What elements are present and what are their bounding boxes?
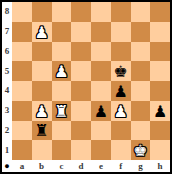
rank-label-7: 7 (2, 22, 12, 42)
square-f5[interactable]: ♚ (111, 61, 131, 81)
black-to-move-indicator: ● (2, 160, 12, 172)
piece-white-king[interactable]: ♚ (133, 143, 147, 159)
square-c5[interactable]: ♟ (52, 61, 72, 81)
file-label-d: d (71, 160, 91, 172)
square-g1[interactable]: ♚ (131, 140, 151, 160)
square-f1[interactable] (111, 140, 131, 160)
file-label-c: c (52, 160, 72, 172)
square-a5[interactable] (12, 61, 32, 81)
square-f2[interactable] (111, 121, 131, 141)
square-c3[interactable]: ♜ (52, 101, 72, 121)
square-c6[interactable] (52, 42, 72, 62)
square-a1[interactable] (12, 140, 32, 160)
square-b5[interactable] (32, 61, 52, 81)
square-e2[interactable] (91, 121, 111, 141)
square-h3[interactable]: ♟ (150, 101, 170, 121)
square-g3[interactable] (131, 101, 151, 121)
square-d4[interactable] (71, 81, 91, 101)
square-c1[interactable] (52, 140, 72, 160)
piece-black-rook[interactable]: ♜ (34, 123, 48, 139)
square-g5[interactable] (131, 61, 151, 81)
rank-label-1: 1 (2, 140, 12, 160)
square-e1[interactable] (91, 140, 111, 160)
piece-black-pawn[interactable]: ♟ (153, 104, 167, 120)
square-h8[interactable] (150, 2, 170, 22)
square-h2[interactable] (150, 121, 170, 141)
square-f6[interactable] (111, 42, 131, 62)
square-e4[interactable] (91, 81, 111, 101)
square-c4[interactable] (52, 81, 72, 101)
rank-label-6: 6 (2, 42, 12, 62)
square-a8[interactable] (12, 2, 32, 22)
square-d7[interactable] (71, 22, 91, 42)
square-b2[interactable]: ♜ (32, 121, 52, 141)
square-h1[interactable] (150, 140, 170, 160)
square-d1[interactable] (71, 140, 91, 160)
rank-label-8: 8 (2, 2, 12, 22)
square-g2[interactable] (131, 121, 151, 141)
square-a3[interactable] (12, 101, 32, 121)
piece-black-king[interactable]: ♚ (113, 64, 127, 80)
piece-white-pawn[interactable]: ♟ (34, 25, 48, 41)
square-f7[interactable] (111, 22, 131, 42)
file-label-a: a (12, 160, 32, 172)
square-c7[interactable] (52, 22, 72, 42)
piece-white-rook[interactable]: ♜ (54, 104, 68, 120)
rank-label-4: 4 (2, 81, 12, 101)
square-a6[interactable] (12, 42, 32, 62)
file-label-b: b (32, 160, 52, 172)
square-e8[interactable] (91, 2, 111, 22)
square-c2[interactable] (52, 121, 72, 141)
square-g8[interactable] (131, 2, 151, 22)
file-label-g: g (131, 160, 151, 172)
square-c8[interactable] (52, 2, 72, 22)
chess-diagram: 87♟65♟♚4♟3♟♜♟♟♟2♜1♚●abcdefgh (0, 0, 172, 174)
rank-label-2: 2 (2, 121, 12, 141)
square-d3[interactable] (71, 101, 91, 121)
square-e7[interactable] (91, 22, 111, 42)
square-e6[interactable] (91, 42, 111, 62)
square-a7[interactable] (12, 22, 32, 42)
square-a4[interactable] (12, 81, 32, 101)
square-h4[interactable] (150, 81, 170, 101)
piece-white-pawn[interactable]: ♟ (113, 104, 127, 120)
square-b4[interactable] (32, 81, 52, 101)
square-d8[interactable] (71, 2, 91, 22)
piece-black-pawn[interactable]: ♟ (113, 84, 127, 100)
square-g6[interactable] (131, 42, 151, 62)
square-d5[interactable] (71, 61, 91, 81)
square-b8[interactable] (32, 2, 52, 22)
square-h6[interactable] (150, 42, 170, 62)
piece-white-pawn[interactable]: ♟ (54, 64, 68, 80)
square-b6[interactable] (32, 42, 52, 62)
square-a2[interactable] (12, 121, 32, 141)
piece-black-pawn[interactable]: ♟ (94, 104, 108, 120)
square-b7[interactable]: ♟ (32, 22, 52, 42)
square-g4[interactable] (131, 81, 151, 101)
file-label-h: h (150, 160, 170, 172)
square-d2[interactable] (71, 121, 91, 141)
square-d6[interactable] (71, 42, 91, 62)
square-f4[interactable]: ♟ (111, 81, 131, 101)
file-label-f: f (111, 160, 131, 172)
rank-label-5: 5 (2, 61, 12, 81)
file-label-e: e (91, 160, 111, 172)
square-f3[interactable]: ♟ (111, 101, 131, 121)
square-e5[interactable] (91, 61, 111, 81)
rank-label-3: 3 (2, 101, 12, 121)
square-b1[interactable] (32, 140, 52, 160)
piece-white-pawn[interactable]: ♟ (34, 104, 48, 120)
square-h7[interactable] (150, 22, 170, 42)
square-e3[interactable]: ♟ (91, 101, 111, 121)
square-b3[interactable]: ♟ (32, 101, 52, 121)
square-h5[interactable] (150, 61, 170, 81)
square-g7[interactable] (131, 22, 151, 42)
square-f8[interactable] (111, 2, 131, 22)
